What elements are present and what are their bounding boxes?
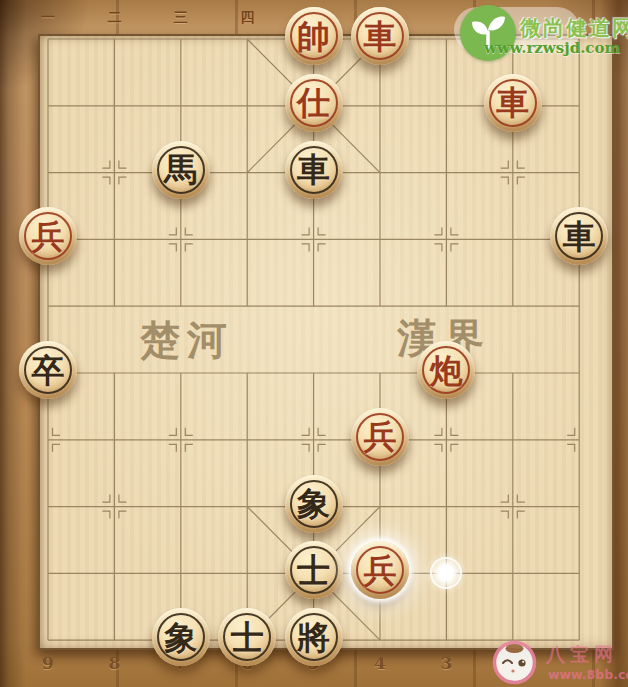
piece-red-兵[interactable]: 兵 [351, 408, 409, 466]
move-indicator-ring [430, 557, 462, 589]
top-coordinate-label: 一 [41, 9, 55, 27]
piece-glyph: 兵 [351, 408, 409, 466]
piece-glyph: 象 [285, 475, 343, 533]
river-label-chu-he: 楚河 [140, 313, 234, 368]
top-coordinate-label: 四 [240, 9, 254, 27]
piece-glyph: 士 [285, 541, 343, 599]
piece-glyph: 仕 [285, 74, 343, 132]
piece-glyph: 車 [484, 74, 542, 132]
piece-glyph: 車 [550, 207, 608, 265]
piece-red-兵[interactable]: 兵 [351, 541, 409, 599]
piece-red-兵[interactable]: 兵 [19, 207, 77, 265]
piece-black-車[interactable]: 車 [550, 207, 608, 265]
watermark-rzwsjd: 微尚健道网 www.rzwsjd.com [450, 2, 628, 60]
piece-glyph: 卒 [19, 341, 77, 399]
piece-red-炮[interactable]: 炮 [417, 341, 475, 399]
bottom-coordinate-label: 8 [108, 653, 120, 673]
piece-black-士[interactable]: 士 [285, 541, 343, 599]
piece-glyph: 馬 [152, 141, 210, 199]
top-coordinate-label: 三 [174, 9, 188, 27]
piece-glyph: 將 [285, 608, 343, 666]
watermark-site-url: www.rzwsjd.com [484, 39, 620, 57]
piece-glyph: 兵 [351, 541, 409, 599]
piece-glyph: 炮 [417, 341, 475, 399]
piece-glyph: 帥 [285, 7, 343, 65]
piece-red-仕[interactable]: 仕 [285, 74, 343, 132]
piece-black-卒[interactable]: 卒 [19, 341, 77, 399]
watermark-site-name: 八宝网 [546, 642, 618, 668]
xiangqi-app: 一二三四 9876543 楚河 漢界 帥車仕車馬車兵車卒炮兵象士兵象士將 微尚健… [0, 0, 628, 687]
piece-black-象[interactable]: 象 [152, 608, 210, 666]
watermark-site-name: 微尚健道网 [520, 14, 628, 42]
piece-black-馬[interactable]: 馬 [152, 141, 210, 199]
piece-glyph: 車 [351, 7, 409, 65]
piece-black-象[interactable]: 象 [285, 475, 343, 533]
piece-black-士[interactable]: 士 [218, 608, 276, 666]
piece-black-車[interactable]: 車 [285, 141, 343, 199]
watermark-site-url: www.8bb.com [548, 667, 628, 682]
piece-glyph: 車 [285, 141, 343, 199]
top-coordinate-label: 二 [107, 9, 121, 27]
piece-red-車[interactable]: 車 [351, 7, 409, 65]
piece-black-將[interactable]: 將 [285, 608, 343, 666]
piece-red-帥[interactable]: 帥 [285, 7, 343, 65]
piece-glyph: 兵 [19, 207, 77, 265]
bottom-coordinate-label: 4 [374, 653, 386, 673]
piece-red-車[interactable]: 車 [484, 74, 542, 132]
bottom-coordinate-label: 9 [42, 653, 54, 673]
piece-glyph: 士 [218, 608, 276, 666]
baby-icon [492, 640, 537, 687]
bottom-coordinate-label: 3 [440, 653, 452, 673]
watermark-8bb: 八宝网 www.8bb.com [490, 638, 628, 687]
piece-glyph: 象 [152, 608, 210, 666]
